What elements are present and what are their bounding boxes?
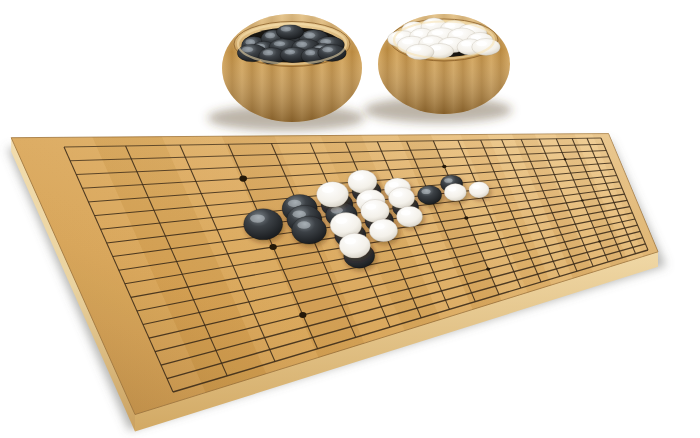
white-stone-bowl[interactable] [378, 14, 510, 114]
star-point [564, 158, 567, 160]
star-point [269, 244, 276, 250]
go-board-scene-svg [0, 0, 700, 438]
star-point [239, 175, 247, 181]
black-stone-bowl[interactable] [222, 14, 362, 122]
go-board[interactable] [11, 134, 658, 432]
star-point [299, 312, 306, 318]
go-set-photo [0, 0, 700, 438]
star-point [581, 199, 584, 201]
star-point [464, 216, 468, 219]
star-point [442, 165, 446, 169]
star-point [598, 240, 601, 242]
star-point [486, 267, 490, 270]
